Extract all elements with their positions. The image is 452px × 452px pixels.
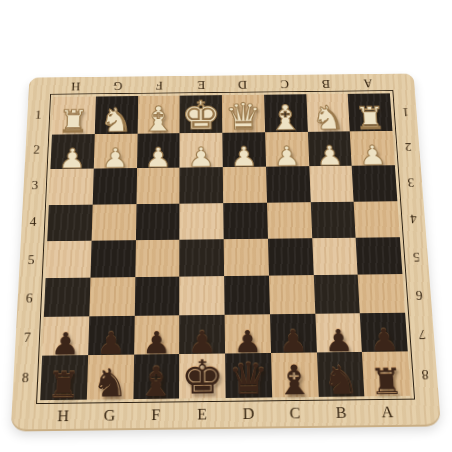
square-g7[interactable]: ♟ — [88, 316, 134, 356]
file-label-top-g: G — [97, 78, 139, 91]
square-f6[interactable] — [134, 277, 179, 316]
square-c6[interactable] — [269, 276, 315, 315]
file-label-bottom-a: A — [364, 403, 411, 421]
rank-label-left-5: 5 — [19, 253, 42, 267]
square-a8[interactable]: ♜ — [362, 352, 411, 397]
square-h6[interactable] — [44, 278, 90, 317]
square-c1[interactable]: ♝ — [264, 94, 308, 132]
square-a3[interactable] — [352, 165, 397, 201]
square-e6[interactable] — [179, 277, 224, 316]
rank-label-left-6: 6 — [17, 291, 41, 306]
square-d3[interactable] — [223, 167, 267, 203]
square-a1[interactable]: ♜ — [348, 93, 393, 131]
square-g4[interactable] — [91, 204, 136, 241]
square-f1[interactable]: ♝ — [137, 96, 180, 134]
file-label-bottom-c: C — [272, 405, 319, 423]
white-king: ♚ — [181, 98, 221, 136]
square-c4[interactable] — [267, 202, 312, 239]
black-pawn: ♟ — [233, 327, 262, 356]
square-h5[interactable] — [46, 241, 92, 279]
square-d4[interactable] — [223, 202, 268, 239]
rank-label-left-4: 4 — [21, 216, 44, 230]
square-d6[interactable] — [224, 276, 270, 315]
square-h3[interactable] — [49, 169, 94, 205]
board-perspective-scene: HGFEDCBA 12345678 ♜♞♝♚♛♝♞♜♟♟♟♟♟♟♟♟♟♟♟♟♟♟… — [11, 74, 441, 430]
square-c3[interactable] — [266, 166, 310, 202]
rank-label-left-1: 1 — [27, 109, 49, 122]
white-pawn: ♟ — [188, 144, 215, 170]
black-bishop: ♝ — [137, 363, 175, 402]
board-grid: ♜♞♝♚♛♝♞♜♟♟♟♟♟♟♟♟♟♟♟♟♟♟♟♟♜♞♝♚♛♝♞♜ — [40, 93, 411, 400]
rank-label-right-2: 2 — [397, 139, 420, 152]
square-f8[interactable]: ♝ — [133, 354, 179, 399]
white-pawn: ♟ — [144, 144, 171, 170]
white-knight: ♞ — [99, 105, 133, 137]
rank-label-right-4: 4 — [402, 211, 425, 225]
file-label-top-h: H — [55, 79, 97, 92]
file-label-bottom-f: F — [133, 406, 179, 424]
chess-board: HGFEDCBA 12345678 ♜♞♝♚♛♝♞♜♟♟♟♟♟♟♟♟♟♟♟♟♟♟… — [11, 74, 441, 430]
rank-label-right-1: 1 — [394, 105, 417, 118]
file-label-bottom-e: E — [180, 406, 226, 424]
rank-label-right-6: 6 — [407, 287, 431, 302]
black-knight: ♞ — [322, 362, 360, 399]
white-rook: ♜ — [58, 107, 90, 136]
square-e8[interactable]: ♚ — [179, 354, 225, 399]
file-label-top-e: E — [180, 78, 222, 91]
square-b3[interactable] — [309, 166, 354, 202]
white-pawn: ♟ — [316, 143, 344, 169]
white-bishop: ♝ — [141, 103, 176, 136]
black-queen: ♛ — [228, 359, 269, 401]
square-b2[interactable]: ♟ — [307, 131, 351, 166]
square-a7[interactable]: ♟ — [360, 313, 408, 353]
square-e4[interactable] — [180, 203, 224, 240]
black-knight: ♞ — [91, 365, 128, 402]
file-label-top-b: B — [305, 76, 347, 89]
white-rook: ♜ — [354, 104, 387, 133]
square-b5[interactable] — [312, 238, 358, 276]
file-label-top-f: F — [138, 78, 180, 91]
file-label-bottom-d: D — [226, 405, 273, 423]
square-e3[interactable] — [180, 167, 224, 203]
rank-label-left-2: 2 — [25, 143, 48, 156]
square-d5[interactable] — [224, 239, 269, 277]
square-h1[interactable]: ♜ — [52, 97, 96, 135]
square-a4[interactable] — [354, 201, 400, 238]
rank-label-right-3: 3 — [399, 175, 422, 189]
black-rook: ♜ — [46, 368, 81, 403]
square-g2[interactable]: ♟ — [94, 133, 138, 168]
square-a5[interactable] — [356, 237, 403, 275]
square-h8[interactable]: ♜ — [40, 356, 88, 401]
black-pawn: ♟ — [96, 329, 126, 358]
square-a2[interactable]: ♟ — [350, 131, 395, 166]
black-pawn: ♟ — [324, 326, 354, 355]
white-pawn: ♟ — [273, 143, 301, 169]
square-f3[interactable] — [136, 168, 180, 204]
black-pawn: ♟ — [369, 326, 400, 355]
square-d7[interactable]: ♟ — [225, 314, 271, 354]
square-b7[interactable]: ♟ — [315, 313, 362, 353]
square-b4[interactable] — [310, 201, 356, 238]
black-king: ♚ — [181, 357, 225, 402]
file-label-top-c: C — [263, 77, 305, 90]
square-b1[interactable]: ♞ — [306, 94, 350, 132]
white-pawn: ♟ — [58, 145, 86, 171]
file-label-top-d: D — [222, 77, 264, 90]
rank-label-left-3: 3 — [23, 179, 46, 193]
playing-area-border: ♜♞♝♚♛♝♞♜♟♟♟♟♟♟♟♟♟♟♟♟♟♟♟♟♜♞♝♚♛♝♞♜ — [36, 90, 415, 404]
white-bishop: ♝ — [268, 101, 304, 134]
square-f5[interactable] — [135, 240, 180, 278]
square-g6[interactable] — [89, 278, 135, 317]
square-c8[interactable]: ♝ — [271, 353, 318, 398]
square-h7[interactable]: ♟ — [42, 316, 89, 356]
square-b8[interactable]: ♞ — [316, 352, 364, 397]
white-pawn: ♟ — [358, 142, 387, 168]
square-c2[interactable]: ♟ — [265, 131, 309, 166]
square-b6[interactable] — [313, 275, 360, 314]
square-f7[interactable]: ♟ — [134, 315, 180, 355]
file-label-bottom-h: H — [40, 407, 87, 425]
product-photo-stage: HGFEDCBA 12345678 ♜♞♝♚♛♝♞♜♟♟♟♟♟♟♟♟♟♟♟♟♟♟… — [0, 0, 452, 452]
white-pawn: ♟ — [101, 145, 129, 171]
square-h2[interactable]: ♟ — [50, 134, 94, 169]
square-c7[interactable]: ♟ — [270, 314, 317, 354]
black-rook: ♜ — [369, 364, 405, 399]
square-h4[interactable] — [47, 204, 92, 241]
rank-label-right-5: 5 — [404, 249, 428, 263]
square-g8[interactable]: ♞ — [87, 355, 134, 400]
square-g3[interactable] — [92, 168, 136, 204]
square-c5[interactable] — [268, 238, 314, 276]
file-label-top-a: A — [346, 76, 388, 89]
square-e1[interactable]: ♚ — [180, 95, 223, 133]
white-pawn: ♟ — [230, 143, 258, 169]
black-pawn: ♟ — [188, 328, 217, 357]
rank-label-right-8: 8 — [413, 366, 438, 381]
square-e2[interactable]: ♟ — [180, 132, 223, 167]
square-g1[interactable]: ♞ — [95, 96, 138, 134]
file-label-bottom-g: G — [87, 407, 134, 425]
square-f2[interactable]: ♟ — [137, 133, 180, 168]
white-knight: ♞ — [311, 102, 346, 134]
square-a6[interactable] — [358, 275, 405, 314]
square-d2[interactable]: ♟ — [222, 132, 265, 167]
white-queen: ♛ — [224, 99, 262, 134]
square-e7[interactable]: ♟ — [179, 315, 225, 355]
square-d1[interactable]: ♛ — [222, 95, 265, 133]
file-label-bottom-b: B — [318, 404, 365, 422]
rank-label-right-7: 7 — [410, 326, 434, 341]
black-pawn: ♟ — [278, 327, 308, 356]
square-d8[interactable]: ♛ — [225, 353, 272, 398]
rank-label-left-8: 8 — [13, 371, 37, 386]
file-labels-bottom: HGFEDCBA — [11, 399, 441, 429]
black-bishop: ♝ — [275, 361, 314, 400]
square-e5[interactable] — [179, 239, 224, 277]
board-middle: 12345678 ♜♞♝♚♛♝♞♜♟♟♟♟♟♟♟♟♟♟♟♟♟♟♟♟♜♞♝♚♛♝♞… — [12, 90, 439, 404]
rank-label-left-7: 7 — [15, 331, 39, 346]
black-pawn: ♟ — [50, 329, 80, 358]
square-g5[interactable] — [90, 240, 135, 278]
black-pawn: ♟ — [142, 328, 171, 357]
square-f4[interactable] — [135, 203, 179, 240]
